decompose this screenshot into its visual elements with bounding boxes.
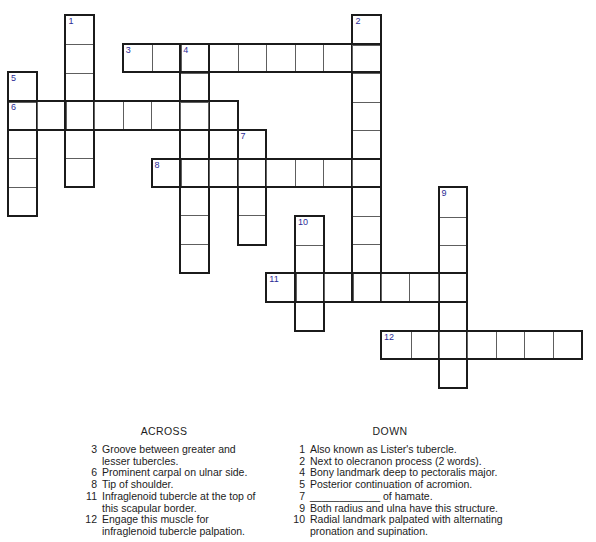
crossword-cell[interactable]: 6	[9, 102, 37, 129]
crossword-cell[interactable]	[66, 129, 93, 157]
down-clue-list: 1Also known as Lister's tubercle.2Next t…	[291, 444, 556, 538]
crossword-cell[interactable]	[123, 102, 151, 129]
crossword-cell[interactable]	[181, 187, 208, 215]
clue-number: 3	[83, 444, 97, 456]
word-8-across: 8	[151, 158, 383, 189]
crossword-cell[interactable]	[238, 45, 266, 72]
grid-clue-number: 1	[68, 17, 73, 26]
down-header: DOWN	[373, 425, 408, 437]
crossword-cell[interactable]: 10	[296, 217, 323, 245]
clue-text: Engage this muscle for infraglenoid tube…	[102, 514, 245, 537]
crossword-cell[interactable]	[352, 160, 380, 187]
clue-text: Also known as Lister's tubercle.	[310, 444, 457, 456]
crossword-cell[interactable]	[353, 274, 381, 301]
clue-text: ____________ of hamate.	[310, 491, 433, 503]
crossword-cell[interactable]	[151, 102, 179, 129]
crossword-cell[interactable]	[239, 187, 266, 215]
crossword-cell[interactable]	[438, 274, 466, 301]
down-clue-7: 7____________ of hamate.	[291, 491, 556, 503]
crossword-cell[interactable]	[296, 245, 323, 273]
crossword-cell[interactable]	[9, 130, 36, 158]
crossword-cell[interactable]: 4	[181, 45, 208, 73]
crossword-cell[interactable]	[209, 45, 237, 72]
crossword-cell[interactable]	[66, 44, 93, 72]
crossword-cell[interactable]	[266, 160, 294, 187]
word-11-across: 11	[265, 272, 468, 303]
crossword-cell[interactable]: 2	[353, 16, 380, 45]
crossword-cell[interactable]	[181, 73, 208, 101]
crossword-cell[interactable]	[37, 102, 65, 129]
crossword-cell[interactable]: 9	[440, 188, 467, 216]
grid-clue-number: 12	[384, 333, 394, 342]
crossword-cell[interactable]	[440, 217, 467, 245]
crossword-cell[interactable]: 5	[9, 73, 36, 101]
word-6-across: 6	[7, 100, 239, 131]
crossword-cell[interactable]: 12	[382, 332, 410, 359]
word-12-across: 12	[380, 330, 583, 361]
crossword-cell[interactable]	[181, 160, 209, 187]
crossword-cell[interactable]	[553, 332, 581, 359]
clue-number: 11	[83, 491, 97, 503]
grid-clue-number: 8	[155, 161, 160, 170]
crossword-cell[interactable]	[524, 332, 552, 359]
crossword-cell[interactable]: 3	[124, 45, 152, 72]
clue-text: Radial landmark palpated with alternatin…	[310, 514, 503, 537]
grid-clue-number: 7	[241, 132, 246, 141]
crossword-cell[interactable]	[9, 158, 36, 186]
word-3-across: 3	[122, 43, 382, 74]
crossword-board: 123456789101112	[0, 0, 596, 395]
crossword-cell[interactable]	[353, 187, 380, 216]
crossword-cell[interactable]	[209, 160, 237, 187]
crossword-cell[interactable]	[66, 102, 94, 129]
crossword-cell[interactable]	[439, 332, 467, 359]
crossword-cell[interactable]	[295, 45, 323, 72]
crossword-cell[interactable]	[411, 332, 439, 359]
crossword-cell[interactable]	[323, 45, 351, 72]
crossword-cell[interactable]	[296, 274, 324, 301]
crossword-cell[interactable]: 8	[153, 160, 181, 187]
crossword-cell[interactable]	[353, 216, 380, 245]
clue-number: 12	[83, 514, 97, 526]
crossword-cell[interactable]	[440, 359, 467, 387]
crossword-cell[interactable]	[66, 73, 93, 101]
crossword-cell[interactable]	[467, 332, 495, 359]
crossword-cell[interactable]	[94, 102, 122, 129]
crossword-cell[interactable]	[181, 130, 208, 158]
clue-number: 10	[291, 514, 305, 526]
crossword-cell[interactable]	[324, 274, 352, 301]
crossword-cell[interactable]	[496, 332, 524, 359]
crossword-cell[interactable]	[181, 244, 208, 272]
crossword-cell[interactable]	[9, 187, 36, 215]
across-header: ACROSS	[141, 425, 188, 437]
crossword-cell[interactable]	[352, 45, 380, 72]
crossword-cell[interactable]	[238, 160, 266, 187]
crossword-cell[interactable]	[266, 45, 294, 72]
crossword-cell[interactable]	[239, 215, 266, 243]
clue-number: 1	[291, 444, 305, 456]
crossword-cell[interactable]	[440, 245, 467, 273]
crossword-cell[interactable]	[296, 301, 323, 329]
crossword-cell[interactable]	[152, 45, 180, 72]
crossword-cell[interactable]	[353, 73, 380, 102]
grid-clue-number: 6	[11, 103, 16, 112]
grid-clue-number: 4	[183, 46, 188, 55]
crossword-cell[interactable]	[353, 102, 380, 131]
grid-clue-number: 11	[269, 275, 278, 284]
clue-number: 7	[291, 491, 305, 503]
crossword-cell[interactable]	[353, 130, 380, 159]
grid-clue-number: 3	[126, 46, 131, 55]
crossword-cell[interactable]: 7	[239, 131, 266, 159]
crossword-cell[interactable]	[409, 274, 437, 301]
crossword-cell[interactable]	[180, 102, 208, 129]
word-5-down: 5	[7, 71, 38, 217]
crossword-cell[interactable]	[66, 158, 93, 186]
crossword-cell[interactable]	[208, 102, 236, 129]
grid-clue-number: 2	[355, 17, 360, 26]
down-clue-10: 10Radial landmark palpated with alternat…	[291, 514, 556, 537]
crossword-cell[interactable]	[381, 274, 409, 301]
down-clue-1: 1Also known as Lister's tubercle.	[291, 444, 556, 456]
grid-clue-number: 10	[298, 218, 308, 227]
crossword-cell[interactable]: 11	[267, 274, 295, 301]
crossword-cell[interactable]	[295, 160, 323, 187]
crossword-cell[interactable]	[440, 302, 467, 330]
grid-clue-number: 9	[442, 189, 447, 198]
crossword-cell[interactable]	[323, 160, 351, 187]
clue-text: Infraglenoid tubercle at the top of this…	[102, 491, 256, 514]
grid-clue-number: 5	[11, 74, 16, 83]
crossword-cell[interactable]	[181, 215, 208, 243]
crossword-cell[interactable]	[353, 244, 380, 273]
crossword-cell[interactable]: 1	[66, 16, 93, 44]
clue-text: Groove between greater and lesser tuberc…	[102, 444, 236, 467]
